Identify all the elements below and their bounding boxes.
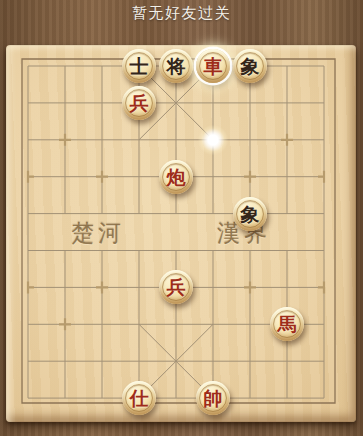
piece-black-general[interactable]: 将 xyxy=(159,49,193,83)
piece-glyph: 仕 xyxy=(130,381,149,415)
piece-red-general[interactable]: 帥 xyxy=(196,381,230,415)
piece-red-chariot[interactable]: 車 xyxy=(196,49,230,83)
piece-glyph: 士 xyxy=(130,49,149,83)
piece-glyph: 象 xyxy=(241,196,260,230)
piece-glyph: 車 xyxy=(204,49,223,83)
piece-grid: 士将車象兵炮象兵馬仕帥 xyxy=(10,48,343,417)
piece-glyph: 馬 xyxy=(278,307,297,341)
piece-glyph: 兵 xyxy=(167,270,186,304)
xiangqi-board[interactable]: 楚河 漢界 士将車象兵炮象兵馬仕帥 xyxy=(6,45,356,422)
piece-glyph: 炮 xyxy=(167,159,186,193)
piece-black-advisor[interactable]: 士 xyxy=(122,49,156,83)
piece-black-elephant[interactable]: 象 xyxy=(233,49,267,83)
piece-glyph: 兵 xyxy=(130,85,149,119)
piece-glyph: 将 xyxy=(167,49,186,83)
piece-black-elephant[interactable]: 象 xyxy=(233,197,267,231)
piece-glyph: 帥 xyxy=(204,381,223,415)
piece-red-pawn[interactable]: 兵 xyxy=(159,270,193,304)
piece-red-horse[interactable]: 馬 xyxy=(270,307,304,341)
level-status-text: 暂无好友过关 xyxy=(0,4,363,23)
piece-glyph: 象 xyxy=(241,49,260,83)
piece-red-cannon[interactable]: 炮 xyxy=(159,160,193,194)
piece-red-advisor[interactable]: 仕 xyxy=(122,381,156,415)
piece-red-pawn[interactable]: 兵 xyxy=(122,86,156,120)
app-screen: 暂无好友过关 楚河 漢界 士将車象兵炮象兵馬仕帥 xyxy=(0,0,363,436)
